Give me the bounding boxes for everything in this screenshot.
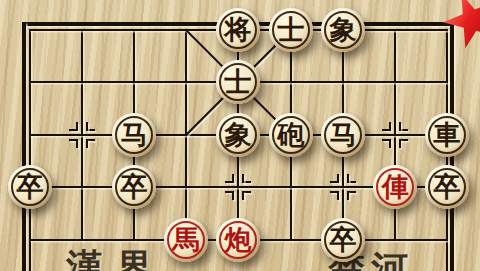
piece-black-soldier[interactable]: 卒: [425, 165, 469, 209]
piece-glyph: 俥: [382, 173, 409, 200]
piece-glyph: 马: [121, 121, 148, 148]
piece-glyph: 象: [225, 121, 252, 148]
piece-glyph: 卒: [121, 173, 148, 200]
piece-glyph: 卒: [434, 173, 461, 200]
piece-black-advisor[interactable]: 士: [269, 8, 313, 52]
piece-glyph: 卒: [17, 173, 44, 200]
xiangqi-board[interactable]: 漢界 楚河 将士象士马象砲马車卒卒俥卒馬炮卒: [0, 0, 480, 271]
piece-glyph: 马: [330, 121, 357, 148]
river-label-left: 漢界: [66, 249, 166, 271]
piece-glyph: 士: [278, 16, 305, 43]
piece-red-chariot[interactable]: 俥: [373, 165, 417, 209]
piece-black-soldier[interactable]: 卒: [112, 165, 156, 209]
piece-black-general[interactable]: 将: [216, 8, 260, 52]
piece-black-soldier[interactable]: 卒: [8, 165, 52, 209]
piece-glyph: 馬: [173, 226, 200, 253]
piece-glyph: 砲: [278, 121, 305, 148]
piece-glyph: 象: [330, 16, 357, 43]
piece-black-horse[interactable]: 马: [112, 113, 156, 157]
piece-black-elephant[interactable]: 象: [321, 8, 365, 52]
piece-glyph: 炮: [225, 226, 252, 253]
piece-glyph: 士: [225, 68, 252, 95]
piece-black-elephant[interactable]: 象: [216, 113, 260, 157]
piece-glyph: 車: [434, 121, 461, 148]
piece-glyph: 卒: [330, 226, 357, 253]
piece-black-soldier[interactable]: 卒: [321, 218, 365, 262]
piece-red-cannon[interactable]: 炮: [216, 218, 260, 262]
piece-black-cannon[interactable]: 砲: [269, 113, 313, 157]
piece-red-horse[interactable]: 馬: [164, 218, 208, 262]
piece-black-advisor[interactable]: 士: [216, 60, 260, 104]
piece-black-chariot[interactable]: 車: [425, 113, 469, 157]
piece-black-horse[interactable]: 马: [321, 113, 365, 157]
piece-glyph: 将: [225, 16, 252, 43]
